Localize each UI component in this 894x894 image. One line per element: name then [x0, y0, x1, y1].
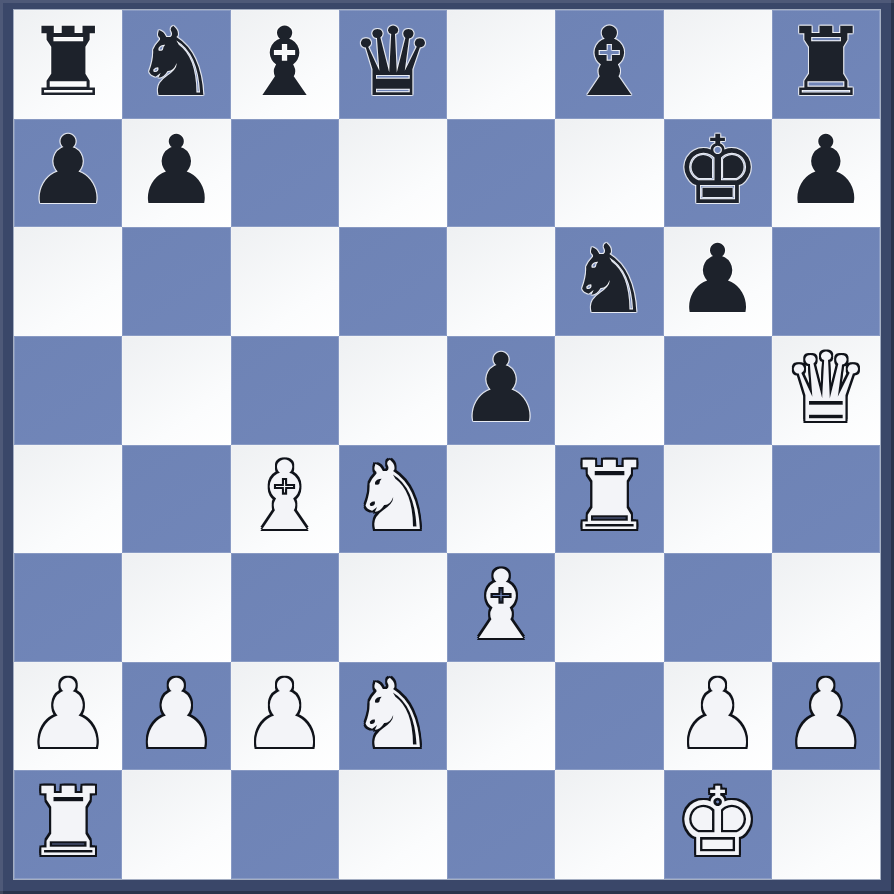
square-b3[interactable]: [122, 553, 230, 662]
square-f3[interactable]: [555, 553, 663, 662]
square-f5[interactable]: [555, 336, 663, 445]
piece-white-pawn[interactable]: ♟: [783, 667, 868, 762]
square-b2[interactable]: ♟: [122, 662, 230, 771]
square-e6[interactable]: [447, 227, 555, 336]
piece-black-pawn[interactable]: ♟: [675, 232, 760, 327]
chess-board-frame: ♜♞♝♛♝♜♟♟♚♟♞♟♟♛♝♞♜♝♟♟♟♞♟♟♜♚: [0, 0, 894, 894]
square-b5[interactable]: [122, 336, 230, 445]
square-g4[interactable]: [664, 445, 772, 554]
square-d3[interactable]: [339, 553, 447, 662]
piece-white-bishop[interactable]: ♝: [459, 558, 544, 653]
square-a2[interactable]: ♟: [14, 662, 122, 771]
piece-black-queen[interactable]: ♛: [350, 15, 435, 110]
square-a6[interactable]: [14, 227, 122, 336]
square-b7[interactable]: ♟: [122, 119, 230, 228]
square-e1[interactable]: [447, 770, 555, 879]
square-d2[interactable]: ♞: [339, 662, 447, 771]
square-b6[interactable]: [122, 227, 230, 336]
square-a8[interactable]: ♜: [14, 10, 122, 119]
square-g6[interactable]: ♟: [664, 227, 772, 336]
piece-black-knight[interactable]: ♞: [134, 15, 219, 110]
piece-white-rook[interactable]: ♜: [567, 449, 652, 544]
square-c6[interactable]: [231, 227, 339, 336]
square-a5[interactable]: [14, 336, 122, 445]
square-b4[interactable]: [122, 445, 230, 554]
square-f4[interactable]: ♜: [555, 445, 663, 554]
square-e2[interactable]: [447, 662, 555, 771]
square-e7[interactable]: [447, 119, 555, 228]
piece-black-bishop[interactable]: ♝: [242, 15, 327, 110]
piece-black-pawn[interactable]: ♟: [134, 123, 219, 218]
chess-board: ♜♞♝♛♝♜♟♟♚♟♞♟♟♛♝♞♜♝♟♟♟♞♟♟♜♚: [14, 10, 880, 879]
piece-black-pawn[interactable]: ♟: [783, 123, 868, 218]
square-a4[interactable]: [14, 445, 122, 554]
piece-white-pawn[interactable]: ♟: [26, 667, 111, 762]
piece-white-bishop[interactable]: ♝: [242, 449, 327, 544]
square-c3[interactable]: [231, 553, 339, 662]
square-h7[interactable]: ♟: [772, 119, 880, 228]
square-h2[interactable]: ♟: [772, 662, 880, 771]
piece-white-knight[interactable]: ♞: [350, 449, 435, 544]
square-c5[interactable]: [231, 336, 339, 445]
piece-white-pawn[interactable]: ♟: [134, 667, 219, 762]
square-h6[interactable]: [772, 227, 880, 336]
square-d4[interactable]: ♞: [339, 445, 447, 554]
square-f1[interactable]: [555, 770, 663, 879]
square-d7[interactable]: [339, 119, 447, 228]
square-g3[interactable]: [664, 553, 772, 662]
piece-black-knight[interactable]: ♞: [567, 232, 652, 327]
square-f8[interactable]: ♝: [555, 10, 663, 119]
square-h4[interactable]: [772, 445, 880, 554]
square-f6[interactable]: ♞: [555, 227, 663, 336]
square-c4[interactable]: ♝: [231, 445, 339, 554]
piece-white-king[interactable]: ♚: [675, 775, 760, 870]
square-d6[interactable]: [339, 227, 447, 336]
square-e8[interactable]: [447, 10, 555, 119]
square-a1[interactable]: ♜: [14, 770, 122, 879]
piece-black-bishop[interactable]: ♝: [567, 15, 652, 110]
square-h8[interactable]: ♜: [772, 10, 880, 119]
piece-black-rook[interactable]: ♜: [783, 15, 868, 110]
piece-white-pawn[interactable]: ♟: [675, 667, 760, 762]
square-b8[interactable]: ♞: [122, 10, 230, 119]
piece-black-king[interactable]: ♚: [675, 123, 760, 218]
square-e3[interactable]: ♝: [447, 553, 555, 662]
square-d8[interactable]: ♛: [339, 10, 447, 119]
square-a3[interactable]: [14, 553, 122, 662]
square-g5[interactable]: [664, 336, 772, 445]
square-e5[interactable]: ♟: [447, 336, 555, 445]
square-c7[interactable]: [231, 119, 339, 228]
square-c1[interactable]: [231, 770, 339, 879]
piece-black-pawn[interactable]: ♟: [26, 123, 111, 218]
square-g7[interactable]: ♚: [664, 119, 772, 228]
square-g8[interactable]: [664, 10, 772, 119]
square-c2[interactable]: ♟: [231, 662, 339, 771]
square-f7[interactable]: [555, 119, 663, 228]
piece-black-pawn[interactable]: ♟: [459, 341, 544, 436]
square-a7[interactable]: ♟: [14, 119, 122, 228]
square-d5[interactable]: [339, 336, 447, 445]
square-g1[interactable]: ♚: [664, 770, 772, 879]
square-h3[interactable]: [772, 553, 880, 662]
piece-white-queen[interactable]: ♛: [783, 341, 868, 436]
piece-white-knight[interactable]: ♞: [350, 667, 435, 762]
square-c8[interactable]: ♝: [231, 10, 339, 119]
square-b1[interactable]: [122, 770, 230, 879]
square-h1[interactable]: [772, 770, 880, 879]
piece-black-rook[interactable]: ♜: [26, 15, 111, 110]
piece-white-rook[interactable]: ♜: [26, 775, 111, 870]
square-e4[interactable]: [447, 445, 555, 554]
square-d1[interactable]: [339, 770, 447, 879]
square-g2[interactable]: ♟: [664, 662, 772, 771]
piece-white-pawn[interactable]: ♟: [242, 667, 327, 762]
square-f2[interactable]: [555, 662, 663, 771]
square-h5[interactable]: ♛: [772, 336, 880, 445]
